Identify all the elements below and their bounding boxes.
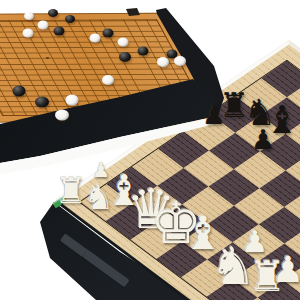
chess-piece-black-pawn[interactable]: ♟ — [251, 126, 275, 153]
chess-piece-black-pawn[interactable]: ♟ — [202, 102, 225, 128]
product-photo-scene: Product photo of a folding magnetic two-… — [0, 0, 300, 300]
chess-pieces-layer: ♟♜♞♝♟♟♜♞♝♛♚♝♞♟♜♟ — [0, 0, 300, 300]
chess-piece-white-rook[interactable]: ♜ — [248, 256, 286, 298]
chess-piece-white-rook[interactable]: ♜ — [55, 173, 87, 209]
chess-piece-white-knight[interactable]: ♞ — [84, 180, 114, 214]
